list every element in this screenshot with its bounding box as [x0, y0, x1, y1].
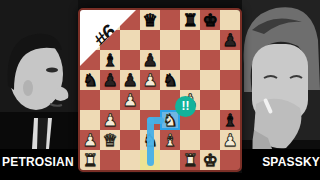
square-d4	[140, 90, 160, 110]
piece-white-b-e2: ♝	[162, 130, 177, 150]
square-h7: ♟	[220, 30, 240, 50]
square-g8: ♚	[200, 10, 220, 30]
square-c5: ♟	[120, 70, 140, 90]
square-h8	[220, 10, 240, 30]
square-g1: ♚	[200, 150, 220, 170]
square-f7	[180, 30, 200, 50]
square-a4	[80, 90, 100, 110]
square-h4	[220, 90, 240, 110]
piece-white-p-a2: ♟	[82, 130, 97, 150]
square-a3	[80, 110, 100, 130]
square-e1	[160, 150, 180, 170]
square-c7	[120, 30, 140, 50]
square-h3: ♝	[220, 110, 240, 130]
player-name-right: SPASSKY	[262, 155, 320, 169]
move-arrow-vertical-segment	[147, 117, 154, 167]
square-b2: ♛	[100, 130, 120, 150]
square-b3: ♟	[100, 110, 120, 130]
square-c3	[120, 110, 140, 130]
square-h2: ♟	[220, 130, 240, 150]
player-name-bar-left: PETROSIAN	[0, 149, 80, 175]
square-d6: ♟	[140, 50, 160, 70]
square-g7	[200, 30, 220, 50]
player-name-left: PETROSIAN	[2, 155, 74, 169]
square-g2	[200, 130, 220, 150]
brilliant-move-badge: !!	[175, 96, 196, 117]
piece-white-p-b3: ♟	[102, 110, 117, 130]
thumbnail: PETROSIAN SPASSKY ♜♛♜♚♟♝♟♞♟♟♟♞♟♟♟♞♝♟♛♞♝♟…	[0, 0, 320, 180]
square-g6	[200, 50, 220, 70]
chessboard: ♜♛♜♚♟♝♟♞♟♟♟♞♟♟♟♞♝♟♛♞♝♟♜♜♚ !! #6	[78, 8, 242, 172]
square-a1: ♜	[80, 150, 100, 170]
piece-black-p-b5: ♟	[102, 70, 117, 90]
square-g4	[200, 90, 220, 110]
square-c2	[120, 130, 140, 150]
square-g3	[200, 110, 220, 130]
bottom-black-strip	[0, 173, 320, 180]
square-c1	[120, 150, 140, 170]
piece-white-r-f1: ♜	[182, 150, 197, 170]
square-h1	[220, 150, 240, 170]
square-h5	[220, 70, 240, 90]
piece-black-n-a5: ♞	[82, 70, 97, 90]
brilliant-move-glyph: !!	[182, 96, 190, 117]
square-e8	[160, 10, 180, 30]
square-d7	[140, 30, 160, 50]
square-f2	[180, 130, 200, 150]
square-d5: ♟	[140, 70, 160, 90]
piece-white-p-h2: ♟	[222, 130, 237, 150]
square-g5	[200, 70, 220, 90]
square-d8: ♛	[140, 10, 160, 30]
square-c4: ♟	[120, 90, 140, 110]
piece-black-b-h3: ♝	[222, 110, 237, 130]
square-f8: ♜	[180, 10, 200, 30]
piece-white-r-a1: ♜	[82, 150, 97, 170]
piece-white-q-b2: ♛	[102, 130, 117, 150]
move-arrow-horizontal-segment	[147, 117, 165, 124]
square-e6	[160, 50, 180, 70]
square-e2: ♝	[160, 130, 180, 150]
square-a5: ♞	[80, 70, 100, 90]
piece-white-k-g1: ♚	[202, 150, 217, 170]
square-e5: ♞	[160, 70, 180, 90]
square-b1	[100, 150, 120, 170]
square-e7	[160, 30, 180, 50]
square-f1: ♜	[180, 150, 200, 170]
square-h6	[220, 50, 240, 70]
piece-black-p-d6: ♟	[142, 50, 157, 70]
square-c6	[120, 50, 140, 70]
piece-black-n-e5: ♞	[162, 70, 177, 90]
piece-black-p-c5: ♟	[122, 70, 137, 90]
piece-black-q-d8: ♛	[142, 10, 157, 30]
piece-black-b-b6: ♝	[102, 50, 117, 70]
square-f6	[180, 50, 200, 70]
square-b4	[100, 90, 120, 110]
square-b5: ♟	[100, 70, 120, 90]
piece-black-r-f8: ♜	[182, 10, 197, 30]
piece-white-p-c4: ♟	[122, 90, 137, 110]
piece-white-n-e3: ♞	[162, 110, 177, 130]
square-a2: ♟	[80, 130, 100, 150]
square-b6: ♝	[100, 50, 120, 70]
piece-black-k-g8: ♚	[202, 10, 217, 30]
square-f5	[180, 70, 200, 90]
player-name-bar-right: SPASSKY	[242, 149, 320, 175]
piece-black-p-h7: ♟	[222, 30, 237, 50]
piece-white-p-d5: ♟	[142, 70, 157, 90]
